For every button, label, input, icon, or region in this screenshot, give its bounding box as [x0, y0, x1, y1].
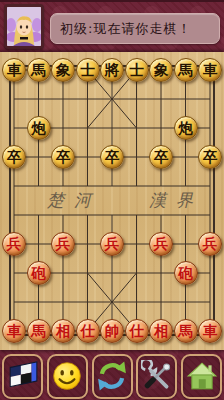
piece-character: 兵 [56, 237, 71, 252]
piece-character: 將 [105, 63, 120, 78]
piece-character: 砲 [31, 266, 46, 281]
piece-red-horse[interactable]: 馬 [174, 319, 198, 343]
piece-character: 車 [7, 63, 22, 78]
piece-character: 兵 [7, 237, 22, 252]
piece-red-cannon[interactable]: 砲 [27, 261, 51, 285]
piece-black-cannon[interactable]: 炮 [174, 116, 198, 140]
toolbar [0, 350, 224, 400]
piece-layer: 車馬象士將士象馬車炮炮卒卒卒卒卒兵兵兵兵兵砲砲車馬相仕帥仕相馬車 [2, 56, 223, 346]
piece-character: 馬 [31, 63, 46, 78]
avatar-girl-image [7, 7, 41, 46]
house-icon [186, 360, 218, 392]
piece-character: 卒 [7, 150, 22, 165]
piece-character: 兵 [154, 237, 169, 252]
piece-character: 兵 [105, 237, 120, 252]
piece-black-advisor[interactable]: 士 [125, 58, 149, 82]
piece-red-soldier[interactable]: 兵 [100, 232, 124, 256]
piece-character: 炮 [31, 121, 46, 136]
piece-character: 車 [203, 63, 218, 78]
game-screen: 初级:现在请你走棋！ [0, 0, 224, 400]
piece-character: 馬 [178, 324, 193, 339]
piece-black-soldier[interactable]: 卒 [149, 145, 173, 169]
piece-red-soldier[interactable]: 兵 [2, 232, 26, 256]
piece-character: 帥 [105, 324, 120, 339]
piece-character: 卒 [154, 150, 169, 165]
piece-red-cannon[interactable]: 砲 [174, 261, 198, 285]
piece-character: 相 [154, 324, 169, 339]
piece-character: 兵 [203, 237, 218, 252]
board-button[interactable] [2, 354, 43, 399]
piece-character: 象 [154, 63, 169, 78]
smiley-face-icon [51, 360, 83, 392]
piece-black-horse[interactable]: 馬 [27, 58, 51, 82]
piece-black-elephant[interactable]: 象 [51, 58, 75, 82]
piece-character: 砲 [178, 266, 193, 281]
piece-character: 仕 [80, 324, 95, 339]
piece-character: 仕 [129, 324, 144, 339]
piece-character: 士 [129, 63, 144, 78]
circular-arrows-icon [96, 360, 128, 392]
piece-character: 相 [56, 324, 71, 339]
status-message: 初级:现在请你走棋！ [60, 20, 191, 38]
piece-black-soldier[interactable]: 卒 [2, 145, 26, 169]
piece-character: 卒 [56, 150, 71, 165]
piece-red-horse[interactable]: 馬 [27, 319, 51, 343]
piece-character: 車 [7, 324, 22, 339]
piece-red-advisor[interactable]: 仕 [125, 319, 149, 343]
piece-black-general[interactable]: 將 [100, 58, 124, 82]
piece-black-chariot[interactable]: 車 [2, 58, 26, 82]
settings-button[interactable] [136, 354, 177, 399]
piece-black-soldier[interactable]: 卒 [51, 145, 75, 169]
piece-character: 馬 [178, 63, 193, 78]
tools-icon [141, 360, 173, 392]
piece-red-general[interactable]: 帥 [100, 319, 124, 343]
piece-black-elephant[interactable]: 象 [149, 58, 173, 82]
checkerboard-cube-icon [7, 360, 39, 392]
piece-red-elephant[interactable]: 相 [149, 319, 173, 343]
piece-black-cannon[interactable]: 炮 [27, 116, 51, 140]
piece-black-horse[interactable]: 馬 [174, 58, 198, 82]
piece-red-advisor[interactable]: 仕 [76, 319, 100, 343]
piece-red-elephant[interactable]: 相 [51, 319, 75, 343]
xiangqi-board[interactable]: 楚河 漢界 車馬象士將士象馬車炮炮卒卒卒卒卒兵兵兵兵兵砲砲車馬相仕帥仕相馬車 [0, 52, 224, 350]
piece-character: 車 [203, 324, 218, 339]
piece-black-soldier[interactable]: 卒 [198, 145, 222, 169]
piece-character: 卒 [203, 150, 218, 165]
piece-red-soldier[interactable]: 兵 [198, 232, 222, 256]
piece-red-chariot[interactable]: 車 [198, 319, 222, 343]
home-button[interactable] [181, 354, 222, 399]
piece-black-chariot[interactable]: 車 [198, 58, 222, 82]
message-bubble: 初级:现在请你走棋！ [50, 13, 220, 44]
piece-black-soldier[interactable]: 卒 [100, 145, 124, 169]
avatar [4, 4, 44, 49]
refresh-button[interactable] [92, 354, 133, 399]
piece-red-soldier[interactable]: 兵 [149, 232, 173, 256]
piece-character: 象 [56, 63, 71, 78]
piece-red-soldier[interactable]: 兵 [51, 232, 75, 256]
piece-character: 卒 [105, 150, 120, 165]
status-bar: 初级:现在请你走棋！ [0, 2, 224, 52]
piece-character: 炮 [178, 121, 193, 136]
piece-red-chariot[interactable]: 車 [2, 319, 26, 343]
piece-character: 馬 [31, 324, 46, 339]
piece-black-advisor[interactable]: 士 [76, 58, 100, 82]
piece-character: 士 [80, 63, 95, 78]
smiley-button[interactable] [47, 354, 88, 399]
